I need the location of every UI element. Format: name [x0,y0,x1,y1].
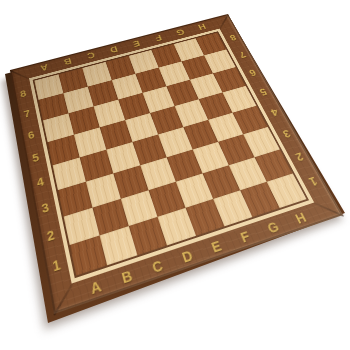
coord-left-3: 3 [41,201,50,215]
coord-left-5: 5 [31,152,40,164]
coord-top-c: C [86,51,96,61]
coord-top-e: E [132,39,141,48]
coord-bottom-d: D [180,248,194,264]
coord-right-8: 8 [228,34,237,43]
coord-left-4: 4 [36,176,45,189]
coord-top-a: A [40,63,49,73]
coord-bottom-h: H [293,211,308,226]
coord-bottom-f: F [239,229,252,244]
coord-bottom-g: G [266,220,281,236]
coord-right-6: 6 [248,68,258,78]
squares-grid [34,33,306,276]
product-photo: AABBCCDDEEFFGGHH1122334455667788 [0,0,350,350]
coord-right-3: 3 [281,128,292,140]
coord-bottom-a: A [89,279,102,297]
coord-top-f: F [154,34,163,43]
coord-top-d: D [109,45,119,54]
coord-bottom-e: E [210,239,224,255]
coord-top-h: H [197,23,207,32]
coord-bottom-c: C [151,258,165,275]
coord-left-8: 8 [19,89,27,99]
coord-right-7: 7 [238,50,248,59]
coord-right-5: 5 [258,87,268,97]
coord-right-1: 1 [307,175,320,188]
coord-right-2: 2 [294,151,306,163]
coord-top-b: B [63,57,73,67]
coord-right-4: 4 [269,107,280,118]
frame-mitre-joint [218,14,229,30]
coord-left-2: 2 [46,228,56,243]
coord-top-g: G [175,28,186,37]
coord-left-6: 6 [27,129,35,140]
coord-left-7: 7 [23,108,31,119]
coord-bottom-b: B [120,268,134,285]
coord-left-1: 1 [52,257,62,273]
chess-board: AABBCCDDEEFFGGHH1122334455667788 [10,14,343,314]
